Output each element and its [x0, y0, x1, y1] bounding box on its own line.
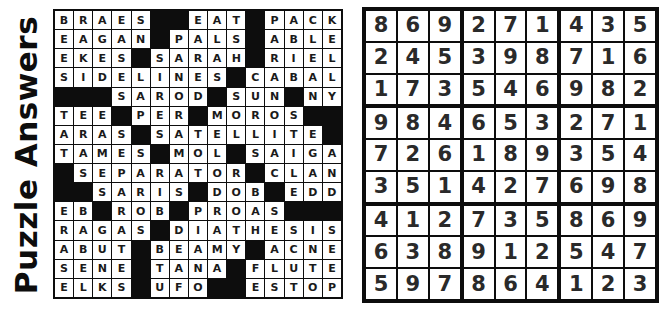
crossword-black-cell	[265, 183, 283, 201]
crossword-black-cell	[74, 88, 92, 106]
crossword-letter-cell: O	[304, 279, 322, 297]
crossword-letter-cell: N	[170, 68, 188, 86]
crossword-letter-cell: O	[227, 202, 245, 220]
crossword-letter-cell: B	[74, 241, 92, 259]
sudoku-digit-cell: 6	[496, 269, 526, 299]
sudoku-digit-cell: 9	[366, 108, 396, 138]
crossword-letter-cell: E	[246, 279, 264, 297]
sudoku-digit-cell: 8	[593, 75, 623, 105]
crossword-letter-cell: F	[170, 279, 188, 297]
crossword-letter-cell: R	[151, 88, 169, 106]
sudoku-digit-cell: 8	[366, 11, 396, 41]
sudoku-digit-cell: 6	[464, 108, 494, 138]
crossword-letter-cell: A	[170, 260, 188, 278]
crossword-letter-cell: C	[246, 68, 264, 86]
crossword-letter-cell: S	[265, 202, 283, 220]
sudoku-digit-cell: 1	[625, 108, 655, 138]
crossword-letter-cell: S	[112, 279, 130, 297]
sudoku-digit-cell: 5	[593, 140, 623, 170]
crossword-black-cell	[246, 11, 264, 29]
crossword-black-cell	[132, 126, 150, 144]
crossword-letter-cell: B	[55, 11, 73, 29]
crossword-letter-cell: U	[246, 88, 264, 106]
crossword-letter-cell: I	[151, 68, 169, 86]
crossword-letter-cell: E	[93, 107, 111, 125]
crossword-letter-cell: A	[170, 49, 188, 67]
crossword-letter-cell: T	[189, 126, 207, 144]
crossword-letter-cell: S	[227, 30, 245, 48]
crossword-letter-cell: A	[208, 221, 226, 239]
crossword-letter-cell: S	[112, 49, 130, 67]
crossword-letter-cell: P	[170, 30, 188, 48]
crossword-letter-cell: M	[170, 145, 188, 163]
crossword-letter-cell: S	[208, 68, 226, 86]
crossword-black-cell	[151, 221, 169, 239]
crossword-letter-cell: T	[55, 107, 73, 125]
crossword-letter-cell: A	[74, 221, 92, 239]
sudoku-digit-cell: 7	[398, 75, 428, 105]
sudoku-digit-cell: 6	[593, 206, 623, 236]
sudoku-digit-cell: 6	[527, 75, 557, 105]
sudoku-digit-cell: 5	[496, 108, 526, 138]
crossword-letter-cell: A	[170, 126, 188, 144]
crossword-letter-cell: S	[55, 260, 73, 278]
crossword-letter-cell: L	[208, 145, 226, 163]
sudoku-digit-cell: 5	[398, 172, 428, 202]
sudoku-box: 271398546	[464, 11, 558, 104]
crossword-letter-cell: A	[304, 164, 322, 182]
sudoku-digit-cell: 9	[430, 11, 460, 41]
crossword-black-cell	[93, 88, 111, 106]
crossword-black-cell	[323, 126, 341, 144]
crossword-letter-cell: A	[265, 145, 283, 163]
crossword-letter-cell: N	[304, 88, 322, 106]
sudoku-digit-cell: 2	[464, 11, 494, 41]
crossword-letter-cell: E	[304, 49, 322, 67]
crossword-letter-cell: R	[74, 126, 92, 144]
sudoku-digit-cell: 1	[527, 11, 557, 41]
sudoku-box: 869245173	[366, 11, 460, 104]
crossword-letter-cell: P	[323, 279, 341, 297]
crossword-letter-cell: N	[93, 260, 111, 278]
sudoku-box: 412638597	[366, 206, 460, 299]
crossword-letter-cell: A	[189, 30, 207, 48]
crossword-letter-cell: O	[227, 107, 245, 125]
sudoku-digit-cell: 7	[527, 172, 557, 202]
crossword-letter-cell: O	[227, 183, 245, 201]
sudoku-digit-cell: 7	[366, 140, 396, 170]
crossword-black-cell	[246, 164, 264, 182]
crossword-black-cell	[246, 49, 264, 67]
sudoku-answer-grid: 8692451732713985464357169829847263516531…	[362, 7, 659, 303]
crossword-letter-cell: R	[246, 107, 264, 125]
sudoku-digit-cell: 8	[527, 43, 557, 73]
crossword-letter-cell: T	[227, 221, 245, 239]
sudoku-digit-cell: 6	[625, 43, 655, 73]
crossword-black-cell	[132, 279, 150, 297]
crossword-letter-cell: S	[227, 88, 245, 106]
crossword-black-cell	[132, 241, 150, 259]
sudoku-box: 271354698	[561, 108, 655, 201]
crossword-letter-cell: H	[227, 49, 245, 67]
crossword-letter-cell: S	[323, 221, 341, 239]
sudoku-digit-cell: 1	[398, 206, 428, 236]
sudoku-digit-cell: 7	[625, 237, 655, 267]
crossword-black-cell	[170, 11, 188, 29]
sudoku-digit-cell: 5	[527, 206, 557, 236]
crossword-letter-cell: L	[304, 30, 322, 48]
crossword-letter-cell: S	[112, 126, 130, 144]
sudoku-digit-cell: 7	[561, 43, 591, 73]
crossword-letter-cell: R	[55, 221, 73, 239]
sudoku-digit-cell: 1	[464, 140, 494, 170]
crossword-letter-cell: A	[265, 30, 283, 48]
crossword-letter-cell: C	[285, 241, 303, 259]
crossword-letter-cell: A	[246, 202, 264, 220]
crossword-letter-cell: D	[189, 88, 207, 106]
sudoku-digit-cell: 1	[496, 237, 526, 267]
sudoku-digit-cell: 4	[496, 75, 526, 105]
crossword-letter-cell: A	[132, 164, 150, 182]
crossword-letter-cell: B	[285, 30, 303, 48]
sudoku-digit-cell: 9	[593, 172, 623, 202]
crossword-letter-cell: E	[323, 30, 341, 48]
crossword-letter-cell: E	[323, 241, 341, 259]
sudoku-digit-cell: 3	[398, 237, 428, 267]
crossword-black-cell	[304, 107, 322, 125]
crossword-black-cell	[55, 88, 73, 106]
sudoku-digit-cell: 5	[366, 269, 396, 299]
crossword-letter-cell: E	[93, 49, 111, 67]
crossword-letter-cell: B	[246, 183, 264, 201]
sudoku-digit-cell: 5	[625, 11, 655, 41]
crossword-letter-cell: E	[189, 68, 207, 86]
sudoku-digit-cell: 7	[496, 11, 526, 41]
sudoku-digit-cell: 8	[398, 108, 428, 138]
crossword-letter-cell: L	[208, 30, 226, 48]
crossword-letter-cell: N	[265, 88, 283, 106]
crossword-letter-cell: E	[151, 107, 169, 125]
crossword-letter-cell: U	[285, 260, 303, 278]
crossword-letter-cell: R	[265, 49, 283, 67]
crossword-letter-cell: E	[55, 30, 73, 48]
crossword-black-cell	[208, 279, 226, 297]
crossword-black-cell	[285, 88, 303, 106]
crossword-letter-cell: N	[304, 241, 322, 259]
crossword-letter-cell: T	[189, 164, 207, 182]
crossword-letter-cell: A	[112, 183, 130, 201]
crossword-black-cell	[112, 107, 130, 125]
sudoku-box: 984726351	[366, 108, 460, 201]
crossword-letter-cell: E	[112, 11, 130, 29]
crossword-letter-cell: P	[189, 202, 207, 220]
crossword-black-cell	[189, 107, 207, 125]
crossword-black-cell	[93, 202, 111, 220]
crossword-black-cell	[227, 68, 245, 86]
crossword-letter-cell: A	[112, 221, 130, 239]
crossword-letter-cell: L	[285, 164, 303, 182]
sudoku-digit-cell: 2	[398, 140, 428, 170]
crossword-letter-cell: D	[304, 183, 322, 201]
crossword-letter-cell: O	[189, 145, 207, 163]
crossword-letter-cell: D	[323, 183, 341, 201]
crossword-letter-cell: A	[132, 88, 150, 106]
crossword-letter-cell: B	[74, 202, 92, 220]
crossword-letter-cell: E	[55, 202, 73, 220]
sudoku-digit-cell: 3	[496, 206, 526, 236]
crossword-black-cell	[323, 107, 341, 125]
sudoku-digit-cell: 2	[593, 269, 623, 299]
crossword-black-cell	[74, 183, 92, 201]
crossword-letter-cell: R	[227, 164, 245, 182]
sudoku-digit-cell: 3	[625, 269, 655, 299]
crossword-letter-cell: E	[93, 164, 111, 182]
crossword-letter-cell: T	[304, 260, 322, 278]
sudoku-digit-cell: 7	[593, 108, 623, 138]
crossword-letter-cell: M	[208, 241, 226, 259]
crossword-letter-cell: A	[208, 260, 226, 278]
crossword-letter-cell: D	[208, 183, 226, 201]
sudoku-digit-cell: 4	[464, 172, 494, 202]
crossword-black-cell	[189, 183, 207, 201]
crossword-black-cell	[170, 202, 188, 220]
puzzle-answers-page: Puzzle Answers BRAESEATPACKEAGANPALSABLE…	[0, 0, 663, 310]
sudoku-digit-cell: 4	[398, 43, 428, 73]
sudoku-digit-cell: 5	[430, 43, 460, 73]
sudoku-digit-cell: 2	[430, 206, 460, 236]
sudoku-digit-cell: 4	[625, 140, 655, 170]
crossword-letter-cell: P	[112, 164, 130, 182]
sudoku-digit-cell: 4	[430, 108, 460, 138]
crossword-letter-cell: R	[151, 164, 169, 182]
sudoku-digit-cell: 9	[561, 75, 591, 105]
crossword-letter-cell: T	[151, 260, 169, 278]
crossword-black-cell	[227, 145, 245, 163]
crossword-black-cell	[227, 260, 245, 278]
crossword-letter-cell: N	[323, 164, 341, 182]
crossword-letter-cell: D	[93, 68, 111, 86]
crossword-letter-cell: E	[112, 260, 130, 278]
sudoku-digit-cell: 4	[593, 237, 623, 267]
crossword-letter-cell: E	[55, 279, 73, 297]
crossword-letter-cell: R	[208, 202, 226, 220]
sudoku-digit-cell: 9	[496, 43, 526, 73]
crossword-letter-cell: R	[170, 107, 188, 125]
crossword-letter-cell: S	[93, 183, 111, 201]
crossword-letter-cell: B	[285, 68, 303, 86]
crossword-letter-cell: R	[74, 11, 92, 29]
crossword-letter-cell: E	[285, 183, 303, 201]
page-title: Puzzle Answers	[8, 16, 44, 294]
crossword-black-cell	[304, 202, 322, 220]
sudoku-digit-cell: 3	[464, 43, 494, 73]
crossword-letter-cell: E	[304, 126, 322, 144]
crossword-letter-cell: A	[93, 126, 111, 144]
sudoku-digit-cell: 6	[430, 140, 460, 170]
crossword-letter-cell: U	[151, 279, 169, 297]
crossword-letter-cell: A	[189, 241, 207, 259]
crossword-letter-cell: S	[265, 279, 283, 297]
crossword-letter-cell: L	[74, 279, 92, 297]
crossword-letter-cell: Y	[323, 88, 341, 106]
sudoku-digit-cell: 2	[527, 237, 557, 267]
sudoku-digit-cell: 7	[430, 269, 460, 299]
sudoku-digit-cell: 4	[366, 206, 396, 236]
crossword-letter-cell: R	[112, 202, 130, 220]
crossword-letter-cell: S	[285, 221, 303, 239]
crossword-letter-cell: T	[227, 11, 245, 29]
crossword-letter-cell: I	[151, 183, 169, 201]
crossword-letter-cell: S	[132, 221, 150, 239]
crossword-letter-cell: L	[323, 68, 341, 86]
crossword-letter-cell: M	[93, 145, 111, 163]
crossword-letter-cell: M	[208, 107, 226, 125]
sudoku-box: 653189427	[464, 108, 558, 201]
crossword-black-cell	[151, 145, 169, 163]
crossword-letter-cell: S	[151, 49, 169, 67]
crossword-letter-cell: G	[304, 145, 322, 163]
crossword-letter-cell: K	[323, 11, 341, 29]
crossword-letter-cell: A	[55, 126, 73, 144]
crossword-letter-cell: S	[285, 107, 303, 125]
crossword-letter-cell: H	[246, 221, 264, 239]
sudoku-digit-cell: 3	[430, 75, 460, 105]
crossword-letter-cell: A	[74, 30, 92, 48]
crossword-letter-cell: R	[189, 49, 207, 67]
sudoku-digit-cell: 8	[464, 269, 494, 299]
sudoku-digit-cell: 1	[430, 172, 460, 202]
crossword-letter-cell: T	[112, 241, 130, 259]
crossword-letter-cell: S	[151, 126, 169, 144]
crossword-letter-cell: K	[93, 279, 111, 297]
sudoku-digit-cell: 3	[593, 11, 623, 41]
crossword-letter-cell: I	[304, 221, 322, 239]
sudoku-digit-cell: 8	[561, 206, 591, 236]
crossword-letter-cell: S	[74, 164, 92, 182]
crossword-letter-cell: A	[265, 241, 283, 259]
crossword-black-cell	[285, 202, 303, 220]
sudoku-box: 735912864	[464, 206, 558, 299]
crossword-letter-cell: G	[93, 221, 111, 239]
sudoku-box: 869547123	[561, 206, 655, 299]
sudoku-digit-cell: 2	[496, 172, 526, 202]
sudoku-digit-cell: 2	[625, 75, 655, 105]
crossword-letter-cell: G	[93, 30, 111, 48]
crossword-letter-cell: L	[246, 126, 264, 144]
crossword-letter-cell: E	[55, 49, 73, 67]
crossword-letter-cell: P	[265, 11, 283, 29]
sudoku-digit-cell: 1	[561, 269, 591, 299]
crossword-letter-cell: F	[246, 260, 264, 278]
crossword-letter-cell: Y	[227, 241, 245, 259]
crossword-letter-cell: E	[170, 241, 188, 259]
crossword-letter-cell: I	[74, 68, 92, 86]
crossword-letter-cell: I	[285, 49, 303, 67]
crossword-letter-cell: O	[132, 202, 150, 220]
crossword-black-cell	[227, 279, 245, 297]
crossword-black-cell	[132, 260, 150, 278]
crossword-letter-cell: O	[208, 164, 226, 182]
crossword-letter-cell: A	[93, 11, 111, 29]
crossword-letter-cell: S	[132, 11, 150, 29]
crossword-letter-cell: E	[112, 68, 130, 86]
sudoku-digit-cell: 3	[366, 172, 396, 202]
crossword-letter-cell: S	[170, 183, 188, 201]
sudoku-digit-cell: 3	[561, 140, 591, 170]
crossword-letter-cell: S	[112, 88, 130, 106]
crossword-letter-cell: A	[304, 68, 322, 86]
crossword-letter-cell: O	[189, 279, 207, 297]
sudoku-digit-cell: 4	[561, 11, 591, 41]
sudoku-digit-cell: 9	[527, 140, 557, 170]
crossword-letter-cell: E	[74, 107, 92, 125]
crossword-black-cell	[151, 11, 169, 29]
crossword-letter-cell: O	[265, 107, 283, 125]
crossword-letter-cell: I	[285, 145, 303, 163]
sudoku-digit-cell: 9	[464, 237, 494, 267]
crossword-letter-cell: E	[323, 260, 341, 278]
sudoku-digit-cell: 8	[430, 237, 460, 267]
page-title-column: Puzzle Answers	[0, 0, 52, 310]
crossword-letter-cell: T	[55, 145, 73, 163]
crossword-letter-cell: A	[285, 11, 303, 29]
crossword-letter-cell: A	[74, 145, 92, 163]
sudoku-digit-cell: 6	[366, 237, 396, 267]
crossword-letter-cell: O	[170, 88, 188, 106]
crossword-letter-cell: A	[265, 68, 283, 86]
sudoku-digit-cell: 1	[366, 75, 396, 105]
crossword-letter-cell: A	[170, 164, 188, 182]
crossword-letter-cell: L	[323, 49, 341, 67]
crossword-letter-cell: I	[265, 126, 283, 144]
crossword-letter-cell: N	[189, 260, 207, 278]
crossword-letter-cell: N	[132, 30, 150, 48]
crossword-letter-cell: R	[132, 183, 150, 201]
sudoku-digit-cell: 7	[464, 206, 494, 236]
sudoku-digit-cell: 2	[561, 108, 591, 138]
sudoku-digit-cell: 4	[527, 269, 557, 299]
crossword-letter-cell: C	[304, 11, 322, 29]
crossword-black-cell	[132, 49, 150, 67]
crossword-black-cell	[246, 241, 264, 259]
crossword-letter-cell: A	[208, 49, 226, 67]
crossword-letter-cell: A	[208, 11, 226, 29]
crossword-letter-cell: C	[265, 164, 283, 182]
crossword-letter-cell: A	[112, 30, 130, 48]
crossword-letter-cell: E	[208, 126, 226, 144]
crossword-black-cell	[246, 30, 264, 48]
crossword-letter-cell: B	[151, 202, 169, 220]
sudoku-digit-cell: 3	[527, 108, 557, 138]
sudoku-digit-cell: 6	[398, 11, 428, 41]
crossword-black-cell	[208, 88, 226, 106]
crossword-letter-cell: A	[55, 241, 73, 259]
crossword-letter-cell: E	[189, 11, 207, 29]
crossword-letter-cell: T	[285, 279, 303, 297]
sudoku-digit-cell: 9	[625, 206, 655, 236]
crossword-letter-cell: S	[132, 145, 150, 163]
crossword-letter-cell: S	[246, 145, 264, 163]
crossword-black-cell	[151, 30, 169, 48]
crossword-letter-cell: L	[132, 68, 150, 86]
sudoku-digit-cell: 1	[593, 43, 623, 73]
crossword-letter-cell: E	[112, 145, 130, 163]
crossword-letter-cell: K	[74, 49, 92, 67]
sudoku-digit-cell: 5	[464, 75, 494, 105]
crossword-letter-cell: P	[132, 107, 150, 125]
sudoku-digit-cell: 9	[398, 269, 428, 299]
sudoku-digit-cell: 5	[561, 237, 591, 267]
